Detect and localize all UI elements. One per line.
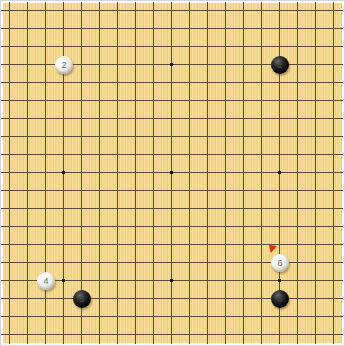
- intersection-K1[interactable]: [163, 326, 181, 344]
- intersection-O7[interactable]: [235, 218, 253, 236]
- intersection-L9[interactable]: [181, 182, 199, 200]
- intersection-T16[interactable]: [325, 56, 343, 74]
- intersection-H19[interactable]: [127, 2, 145, 20]
- intersection-T3[interactable]: [325, 290, 343, 308]
- intersection-G1[interactable]: [109, 326, 127, 344]
- intersection-L4[interactable]: [181, 272, 199, 290]
- intersection-N14[interactable]: [217, 92, 235, 110]
- intersection-Q1[interactable]: [271, 326, 289, 344]
- intersection-N12[interactable]: [217, 128, 235, 146]
- intersection-A2[interactable]: [1, 308, 19, 326]
- intersection-P15[interactable]: [253, 74, 271, 92]
- intersection-D19[interactable]: [55, 2, 73, 20]
- intersection-C10[interactable]: [37, 164, 55, 182]
- intersection-O14[interactable]: [235, 92, 253, 110]
- intersection-B10[interactable]: [19, 164, 37, 182]
- intersection-E1[interactable]: [73, 326, 91, 344]
- intersection-E7[interactable]: [73, 218, 91, 236]
- intersection-L14[interactable]: [181, 92, 199, 110]
- intersection-L1[interactable]: [181, 326, 199, 344]
- intersection-J11[interactable]: [145, 146, 163, 164]
- intersection-M6[interactable]: [199, 236, 217, 254]
- intersection-C4[interactable]: 4: [37, 272, 55, 290]
- intersection-Q3[interactable]: 3: [271, 290, 289, 308]
- intersection-P10[interactable]: [253, 164, 271, 182]
- intersection-S17[interactable]: [307, 38, 325, 56]
- intersection-N18[interactable]: [217, 20, 235, 38]
- intersection-A4[interactable]: [1, 272, 19, 290]
- intersection-B4[interactable]: [19, 272, 37, 290]
- intersection-C11[interactable]: [37, 146, 55, 164]
- intersection-H13[interactable]: [127, 110, 145, 128]
- intersection-P7[interactable]: [253, 218, 271, 236]
- intersection-A18[interactable]: [1, 20, 19, 38]
- intersection-C12[interactable]: [37, 128, 55, 146]
- intersection-P8[interactable]: [253, 200, 271, 218]
- intersection-S1[interactable]: [307, 326, 325, 344]
- intersection-K13[interactable]: [163, 110, 181, 128]
- intersection-T19[interactable]: [325, 2, 343, 20]
- intersection-D12[interactable]: [55, 128, 73, 146]
- intersection-L5[interactable]: [181, 254, 199, 272]
- intersection-A12[interactable]: [1, 128, 19, 146]
- intersection-L2[interactable]: [181, 308, 199, 326]
- intersection-T17[interactable]: [325, 38, 343, 56]
- intersection-P13[interactable]: [253, 110, 271, 128]
- intersection-B7[interactable]: [19, 218, 37, 236]
- intersection-O3[interactable]: [235, 290, 253, 308]
- intersection-R15[interactable]: [289, 74, 307, 92]
- intersection-F1[interactable]: [91, 326, 109, 344]
- intersection-R16[interactable]: [289, 56, 307, 74]
- intersection-H17[interactable]: [127, 38, 145, 56]
- intersection-J14[interactable]: [145, 92, 163, 110]
- intersection-Q10[interactable]: [271, 164, 289, 182]
- intersection-O1[interactable]: [235, 326, 253, 344]
- intersection-S7[interactable]: [307, 218, 325, 236]
- intersection-L19[interactable]: [181, 2, 199, 20]
- intersection-F18[interactable]: [91, 20, 109, 38]
- intersection-R1[interactable]: [289, 326, 307, 344]
- intersection-S13[interactable]: [307, 110, 325, 128]
- intersection-H6[interactable]: [127, 236, 145, 254]
- intersection-B15[interactable]: [19, 74, 37, 92]
- intersection-Q2[interactable]: [271, 308, 289, 326]
- intersection-R17[interactable]: [289, 38, 307, 56]
- intersection-F14[interactable]: [91, 92, 109, 110]
- intersection-M16[interactable]: [199, 56, 217, 74]
- intersection-P1[interactable]: [253, 326, 271, 344]
- intersection-L17[interactable]: [181, 38, 199, 56]
- intersection-Q18[interactable]: [271, 20, 289, 38]
- intersection-G18[interactable]: [109, 20, 127, 38]
- intersection-B13[interactable]: [19, 110, 37, 128]
- intersection-O10[interactable]: [235, 164, 253, 182]
- intersection-R11[interactable]: [289, 146, 307, 164]
- intersection-C2[interactable]: [37, 308, 55, 326]
- intersection-A11[interactable]: [1, 146, 19, 164]
- intersection-S19[interactable]: [307, 2, 325, 20]
- intersection-S11[interactable]: [307, 146, 325, 164]
- intersection-R3[interactable]: [289, 290, 307, 308]
- intersection-L7[interactable]: [181, 218, 199, 236]
- intersection-Q8[interactable]: [271, 200, 289, 218]
- intersection-T9[interactable]: [325, 182, 343, 200]
- intersection-A7[interactable]: [1, 218, 19, 236]
- intersection-R14[interactable]: [289, 92, 307, 110]
- intersection-B19[interactable]: [19, 2, 37, 20]
- intersection-L18[interactable]: [181, 20, 199, 38]
- intersection-R5[interactable]: [289, 254, 307, 272]
- intersection-H11[interactable]: [127, 146, 145, 164]
- intersection-G15[interactable]: [109, 74, 127, 92]
- intersection-E11[interactable]: [73, 146, 91, 164]
- intersection-A17[interactable]: [1, 38, 19, 56]
- intersection-E5[interactable]: [73, 254, 91, 272]
- intersection-M14[interactable]: [199, 92, 217, 110]
- intersection-N10[interactable]: [217, 164, 235, 182]
- intersection-F5[interactable]: [91, 254, 109, 272]
- intersection-D4[interactable]: [55, 272, 73, 290]
- intersection-F2[interactable]: [91, 308, 109, 326]
- intersection-F4[interactable]: [91, 272, 109, 290]
- intersection-K4[interactable]: [163, 272, 181, 290]
- intersection-S2[interactable]: [307, 308, 325, 326]
- intersection-S8[interactable]: [307, 200, 325, 218]
- intersection-J13[interactable]: [145, 110, 163, 128]
- intersection-C14[interactable]: [37, 92, 55, 110]
- intersection-O6[interactable]: [235, 236, 253, 254]
- intersection-R9[interactable]: [289, 182, 307, 200]
- intersection-B12[interactable]: [19, 128, 37, 146]
- intersection-A3[interactable]: [1, 290, 19, 308]
- intersection-K5[interactable]: [163, 254, 181, 272]
- intersection-Q12[interactable]: [271, 128, 289, 146]
- intersection-P5[interactable]: [253, 254, 271, 272]
- intersection-F11[interactable]: [91, 146, 109, 164]
- intersection-C1[interactable]: [37, 326, 55, 344]
- intersection-G16[interactable]: [109, 56, 127, 74]
- intersection-F15[interactable]: [91, 74, 109, 92]
- intersection-C8[interactable]: [37, 200, 55, 218]
- intersection-K7[interactable]: [163, 218, 181, 236]
- intersection-M4[interactable]: [199, 272, 217, 290]
- intersection-F17[interactable]: [91, 38, 109, 56]
- intersection-N19[interactable]: [217, 2, 235, 20]
- intersection-A14[interactable]: [1, 92, 19, 110]
- intersection-K18[interactable]: [163, 20, 181, 38]
- intersection-L8[interactable]: [181, 200, 199, 218]
- intersection-Q7[interactable]: [271, 218, 289, 236]
- intersection-L10[interactable]: [181, 164, 199, 182]
- intersection-M9[interactable]: [199, 182, 217, 200]
- intersection-K10[interactable]: [163, 164, 181, 182]
- intersection-P11[interactable]: [253, 146, 271, 164]
- intersection-A1[interactable]: [1, 326, 19, 344]
- intersection-J4[interactable]: [145, 272, 163, 290]
- intersection-H10[interactable]: [127, 164, 145, 182]
- intersection-D8[interactable]: [55, 200, 73, 218]
- intersection-P18[interactable]: [253, 20, 271, 38]
- intersection-A19[interactable]: [1, 2, 19, 20]
- intersection-H15[interactable]: [127, 74, 145, 92]
- intersection-B8[interactable]: [19, 200, 37, 218]
- intersection-H8[interactable]: [127, 200, 145, 218]
- intersection-E15[interactable]: [73, 74, 91, 92]
- intersection-B16[interactable]: [19, 56, 37, 74]
- intersection-G2[interactable]: [109, 308, 127, 326]
- intersection-B3[interactable]: [19, 290, 37, 308]
- intersection-S9[interactable]: [307, 182, 325, 200]
- intersection-E8[interactable]: [73, 200, 91, 218]
- intersection-K11[interactable]: [163, 146, 181, 164]
- intersection-Q16[interactable]: 1: [271, 56, 289, 74]
- intersection-M19[interactable]: [199, 2, 217, 20]
- intersection-K14[interactable]: [163, 92, 181, 110]
- intersection-N17[interactable]: [217, 38, 235, 56]
- intersection-T5[interactable]: [325, 254, 343, 272]
- intersection-T2[interactable]: [325, 308, 343, 326]
- intersection-O18[interactable]: [235, 20, 253, 38]
- intersection-D16[interactable]: 2: [55, 56, 73, 74]
- intersection-N7[interactable]: [217, 218, 235, 236]
- intersection-K6[interactable]: [163, 236, 181, 254]
- intersection-P12[interactable]: [253, 128, 271, 146]
- intersection-Q17[interactable]: [271, 38, 289, 56]
- intersection-M3[interactable]: [199, 290, 217, 308]
- intersection-J17[interactable]: [145, 38, 163, 56]
- intersection-H18[interactable]: [127, 20, 145, 38]
- intersection-K3[interactable]: [163, 290, 181, 308]
- intersection-J8[interactable]: [145, 200, 163, 218]
- intersection-K2[interactable]: [163, 308, 181, 326]
- intersection-T13[interactable]: [325, 110, 343, 128]
- intersection-G8[interactable]: [109, 200, 127, 218]
- intersection-O19[interactable]: [235, 2, 253, 20]
- intersection-Q5[interactable]: 6: [271, 254, 289, 272]
- intersection-T7[interactable]: [325, 218, 343, 236]
- intersection-G5[interactable]: [109, 254, 127, 272]
- intersection-C7[interactable]: [37, 218, 55, 236]
- intersection-R6[interactable]: [289, 236, 307, 254]
- intersection-S5[interactable]: [307, 254, 325, 272]
- intersection-M8[interactable]: [199, 200, 217, 218]
- intersection-C19[interactable]: [37, 2, 55, 20]
- intersection-B17[interactable]: [19, 38, 37, 56]
- intersection-B14[interactable]: [19, 92, 37, 110]
- intersection-S10[interactable]: [307, 164, 325, 182]
- intersection-J2[interactable]: [145, 308, 163, 326]
- intersection-R18[interactable]: [289, 20, 307, 38]
- intersection-S18[interactable]: [307, 20, 325, 38]
- intersection-L16[interactable]: [181, 56, 199, 74]
- intersection-N2[interactable]: [217, 308, 235, 326]
- intersection-E18[interactable]: [73, 20, 91, 38]
- intersection-C15[interactable]: [37, 74, 55, 92]
- intersection-B5[interactable]: [19, 254, 37, 272]
- intersection-E9[interactable]: [73, 182, 91, 200]
- intersection-J6[interactable]: [145, 236, 163, 254]
- intersection-S4[interactable]: [307, 272, 325, 290]
- intersection-R8[interactable]: [289, 200, 307, 218]
- intersection-M10[interactable]: [199, 164, 217, 182]
- intersection-E6[interactable]: [73, 236, 91, 254]
- intersection-A6[interactable]: [1, 236, 19, 254]
- intersection-R19[interactable]: [289, 2, 307, 20]
- intersection-C5[interactable]: [37, 254, 55, 272]
- intersection-E17[interactable]: [73, 38, 91, 56]
- intersection-E3[interactable]: 5: [73, 290, 91, 308]
- intersection-N13[interactable]: [217, 110, 235, 128]
- intersection-N8[interactable]: [217, 200, 235, 218]
- intersection-R7[interactable]: [289, 218, 307, 236]
- intersection-H14[interactable]: [127, 92, 145, 110]
- intersection-O15[interactable]: [235, 74, 253, 92]
- intersection-J9[interactable]: [145, 182, 163, 200]
- intersection-G12[interactable]: [109, 128, 127, 146]
- intersection-F7[interactable]: [91, 218, 109, 236]
- intersection-S6[interactable]: [307, 236, 325, 254]
- intersection-Q6[interactable]: [271, 236, 289, 254]
- intersection-D2[interactable]: [55, 308, 73, 326]
- intersection-K12[interactable]: [163, 128, 181, 146]
- intersection-D14[interactable]: [55, 92, 73, 110]
- intersection-E13[interactable]: [73, 110, 91, 128]
- intersection-L11[interactable]: [181, 146, 199, 164]
- intersection-H5[interactable]: [127, 254, 145, 272]
- intersection-P4[interactable]: [253, 272, 271, 290]
- intersection-O17[interactable]: [235, 38, 253, 56]
- intersection-O13[interactable]: [235, 110, 253, 128]
- intersection-N3[interactable]: [217, 290, 235, 308]
- intersection-R10[interactable]: [289, 164, 307, 182]
- intersection-C17[interactable]: [37, 38, 55, 56]
- intersection-Q19[interactable]: [271, 2, 289, 20]
- intersection-M7[interactable]: [199, 218, 217, 236]
- intersection-G10[interactable]: [109, 164, 127, 182]
- intersection-F3[interactable]: [91, 290, 109, 308]
- intersection-D3[interactable]: [55, 290, 73, 308]
- intersection-M11[interactable]: [199, 146, 217, 164]
- intersection-B11[interactable]: [19, 146, 37, 164]
- intersection-K9[interactable]: [163, 182, 181, 200]
- intersection-J5[interactable]: [145, 254, 163, 272]
- intersection-O4[interactable]: [235, 272, 253, 290]
- intersection-H12[interactable]: [127, 128, 145, 146]
- intersection-J1[interactable]: [145, 326, 163, 344]
- intersection-C18[interactable]: [37, 20, 55, 38]
- intersection-T11[interactable]: [325, 146, 343, 164]
- intersection-H4[interactable]: [127, 272, 145, 290]
- intersection-B9[interactable]: [19, 182, 37, 200]
- intersection-B6[interactable]: [19, 236, 37, 254]
- intersection-C3[interactable]: [37, 290, 55, 308]
- intersection-A15[interactable]: [1, 74, 19, 92]
- intersection-F13[interactable]: [91, 110, 109, 128]
- intersection-N1[interactable]: [217, 326, 235, 344]
- intersection-N11[interactable]: [217, 146, 235, 164]
- intersection-Q9[interactable]: [271, 182, 289, 200]
- intersection-P6[interactable]: [253, 236, 271, 254]
- intersection-G13[interactable]: [109, 110, 127, 128]
- intersection-D18[interactable]: [55, 20, 73, 38]
- intersection-S12[interactable]: [307, 128, 325, 146]
- intersection-N4[interactable]: [217, 272, 235, 290]
- intersection-F9[interactable]: [91, 182, 109, 200]
- intersection-T12[interactable]: [325, 128, 343, 146]
- intersection-N16[interactable]: [217, 56, 235, 74]
- intersection-R13[interactable]: [289, 110, 307, 128]
- intersection-E14[interactable]: [73, 92, 91, 110]
- intersection-F19[interactable]: [91, 2, 109, 20]
- intersection-N15[interactable]: [217, 74, 235, 92]
- intersection-J7[interactable]: [145, 218, 163, 236]
- intersection-G3[interactable]: [109, 290, 127, 308]
- intersection-P17[interactable]: [253, 38, 271, 56]
- intersection-L13[interactable]: [181, 110, 199, 128]
- intersection-G11[interactable]: [109, 146, 127, 164]
- intersection-B2[interactable]: [19, 308, 37, 326]
- intersection-D11[interactable]: [55, 146, 73, 164]
- intersection-S14[interactable]: [307, 92, 325, 110]
- intersection-N6[interactable]: [217, 236, 235, 254]
- intersection-E10[interactable]: [73, 164, 91, 182]
- intersection-P9[interactable]: [253, 182, 271, 200]
- intersection-D17[interactable]: [55, 38, 73, 56]
- intersection-T15[interactable]: [325, 74, 343, 92]
- intersection-G7[interactable]: [109, 218, 127, 236]
- intersection-P2[interactable]: [253, 308, 271, 326]
- intersection-T14[interactable]: [325, 92, 343, 110]
- intersection-E4[interactable]: [73, 272, 91, 290]
- intersection-M2[interactable]: [199, 308, 217, 326]
- intersection-H3[interactable]: [127, 290, 145, 308]
- intersection-H9[interactable]: [127, 182, 145, 200]
- intersection-T1[interactable]: [325, 326, 343, 344]
- intersection-L12[interactable]: [181, 128, 199, 146]
- intersection-G17[interactable]: [109, 38, 127, 56]
- intersection-O5[interactable]: [235, 254, 253, 272]
- intersection-P19[interactable]: [253, 2, 271, 20]
- intersection-E16[interactable]: [73, 56, 91, 74]
- intersection-D5[interactable]: [55, 254, 73, 272]
- intersection-G9[interactable]: [109, 182, 127, 200]
- intersection-R2[interactable]: [289, 308, 307, 326]
- intersection-H7[interactable]: [127, 218, 145, 236]
- intersection-G4[interactable]: [109, 272, 127, 290]
- intersection-K8[interactable]: [163, 200, 181, 218]
- intersection-R4[interactable]: [289, 272, 307, 290]
- intersection-D9[interactable]: [55, 182, 73, 200]
- intersection-D15[interactable]: [55, 74, 73, 92]
- intersection-D13[interactable]: [55, 110, 73, 128]
- intersection-O9[interactable]: [235, 182, 253, 200]
- intersection-N5[interactable]: [217, 254, 235, 272]
- intersection-G19[interactable]: [109, 2, 127, 20]
- intersection-E2[interactable]: [73, 308, 91, 326]
- intersection-F16[interactable]: [91, 56, 109, 74]
- intersection-L15[interactable]: [181, 74, 199, 92]
- intersection-K17[interactable]: [163, 38, 181, 56]
- intersection-D6[interactable]: [55, 236, 73, 254]
- intersection-J15[interactable]: [145, 74, 163, 92]
- intersection-Q4[interactable]: [271, 272, 289, 290]
- intersection-M13[interactable]: [199, 110, 217, 128]
- intersection-T18[interactable]: [325, 20, 343, 38]
- intersection-K16[interactable]: [163, 56, 181, 74]
- intersection-S16[interactable]: [307, 56, 325, 74]
- intersection-S15[interactable]: [307, 74, 325, 92]
